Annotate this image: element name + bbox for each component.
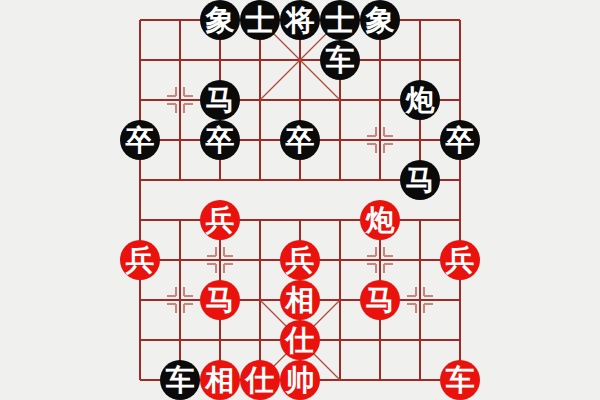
point-f6r6 xyxy=(320,200,360,240)
point-f9r10: 车 xyxy=(440,360,480,400)
point-f4r6 xyxy=(240,200,280,240)
red-advisor[interactable]: 仕 xyxy=(280,320,320,360)
point-f9r9 xyxy=(440,320,480,360)
point-f5r3 xyxy=(280,80,320,120)
point-f3r10: 相 xyxy=(200,360,240,400)
point-f7r3 xyxy=(360,80,400,120)
point-f8r3: 炮 xyxy=(400,80,440,120)
point-f4r4 xyxy=(240,120,280,160)
red-horse[interactable]: 马 xyxy=(200,280,240,320)
point-f8r7 xyxy=(400,240,440,280)
red-elephant[interactable]: 相 xyxy=(280,280,320,320)
point-f2r2 xyxy=(160,40,200,80)
black-elephant[interactable]: 象 xyxy=(360,0,400,40)
black-cannon[interactable]: 炮 xyxy=(400,80,440,120)
point-f6r3 xyxy=(320,80,360,120)
point-f8r2 xyxy=(400,40,440,80)
point-f9r8 xyxy=(440,280,480,320)
point-f5r8: 相 xyxy=(280,280,320,320)
point-f3r3: 马 xyxy=(200,80,240,120)
point-f6r9 xyxy=(320,320,360,360)
point-f6r10 xyxy=(320,360,360,400)
red-soldier[interactable]: 兵 xyxy=(120,240,160,280)
point-f5r6 xyxy=(280,200,320,240)
point-f5r7: 兵 xyxy=(280,240,320,280)
point-f7r6: 炮 xyxy=(360,200,400,240)
red-soldier[interactable]: 兵 xyxy=(200,200,240,240)
point-f4r8 xyxy=(240,280,280,320)
point-f7r4 xyxy=(360,120,400,160)
black-horse[interactable]: 马 xyxy=(200,80,240,120)
point-f1r1 xyxy=(120,0,160,40)
point-f2r9 xyxy=(160,320,200,360)
point-f1r4: 卒 xyxy=(120,120,160,160)
point-f2r10: 车 xyxy=(160,360,200,400)
black-advisor[interactable]: 士 xyxy=(320,0,360,40)
point-f3r5 xyxy=(200,160,240,200)
point-f4r1: 士 xyxy=(240,0,280,40)
point-f7r9 xyxy=(360,320,400,360)
point-f2r7 xyxy=(160,240,200,280)
point-f8r5: 马 xyxy=(400,160,440,200)
point-f9r2 xyxy=(440,40,480,80)
point-f8r10 xyxy=(400,360,440,400)
point-f6r2: 车 xyxy=(320,40,360,80)
point-f9r1 xyxy=(440,0,480,40)
point-f8r8 xyxy=(400,280,440,320)
point-f5r5 xyxy=(280,160,320,200)
point-f1r7: 兵 xyxy=(120,240,160,280)
point-f6r1: 士 xyxy=(320,0,360,40)
black-general[interactable]: 将 xyxy=(280,0,320,40)
point-f9r3 xyxy=(440,80,480,120)
point-f4r10: 仕 xyxy=(240,360,280,400)
black-soldier[interactable]: 卒 xyxy=(280,120,320,160)
red-cannon[interactable]: 炮 xyxy=(360,200,400,240)
point-f3r4: 卒 xyxy=(200,120,240,160)
point-f2r4 xyxy=(160,120,200,160)
point-f7r8: 马 xyxy=(360,280,400,320)
xiangqi-app: 象士将士象车马炮卒卒卒卒马兵炮兵兵兵马相马仕车相仕帅车 xyxy=(0,0,600,400)
point-f1r6 xyxy=(120,200,160,240)
point-f6r7 xyxy=(320,240,360,280)
red-chariot[interactable]: 车 xyxy=(440,360,480,400)
point-f1r9 xyxy=(120,320,160,360)
point-f9r6 xyxy=(440,200,480,240)
point-f3r8: 马 xyxy=(200,280,240,320)
black-soldier[interactable]: 卒 xyxy=(440,120,480,160)
point-f4r3 xyxy=(240,80,280,120)
point-f7r1: 象 xyxy=(360,0,400,40)
point-f1r8 xyxy=(120,280,160,320)
point-f1r10 xyxy=(120,360,160,400)
point-f3r7 xyxy=(200,240,240,280)
point-f2r5 xyxy=(160,160,200,200)
point-f4r5 xyxy=(240,160,280,200)
point-f8r1 xyxy=(400,0,440,40)
point-f1r3 xyxy=(120,80,160,120)
red-soldier[interactable]: 兵 xyxy=(440,240,480,280)
point-f2r6 xyxy=(160,200,200,240)
point-f7r10 xyxy=(360,360,400,400)
point-f6r4 xyxy=(320,120,360,160)
point-f3r6: 兵 xyxy=(200,200,240,240)
red-advisor[interactable]: 仕 xyxy=(240,360,280,400)
point-f6r8 xyxy=(320,280,360,320)
point-f3r9 xyxy=(200,320,240,360)
point-f7r2 xyxy=(360,40,400,80)
point-f8r9 xyxy=(400,320,440,360)
black-chariot[interactable]: 车 xyxy=(160,360,200,400)
point-f7r5 xyxy=(360,160,400,200)
point-f4r9 xyxy=(240,320,280,360)
point-f5r10: 帅 xyxy=(280,360,320,400)
red-horse[interactable]: 马 xyxy=(360,280,400,320)
point-f6r5 xyxy=(320,160,360,200)
red-soldier[interactable]: 兵 xyxy=(280,240,320,280)
point-f1r2 xyxy=(120,40,160,80)
point-f8r6 xyxy=(400,200,440,240)
point-f4r2 xyxy=(240,40,280,80)
xiangqi-board: 象士将士象车马炮卒卒卒卒马兵炮兵兵兵马相马仕车相仕帅车 xyxy=(120,0,480,400)
point-f7r7 xyxy=(360,240,400,280)
red-elephant[interactable]: 相 xyxy=(200,360,240,400)
point-f9r7: 兵 xyxy=(440,240,480,280)
point-f2r3 xyxy=(160,80,200,120)
point-f5r2 xyxy=(280,40,320,80)
point-f1r5 xyxy=(120,160,160,200)
point-f4r7 xyxy=(240,240,280,280)
point-f2r1 xyxy=(160,0,200,40)
black-elephant[interactable]: 象 xyxy=(200,0,240,40)
red-general[interactable]: 帅 xyxy=(280,360,320,400)
point-f3r2 xyxy=(200,40,240,80)
black-soldier[interactable]: 卒 xyxy=(200,120,240,160)
point-f2r8 xyxy=(160,280,200,320)
point-f5r4: 卒 xyxy=(280,120,320,160)
point-f9r5 xyxy=(440,160,480,200)
point-f8r4 xyxy=(400,120,440,160)
black-soldier[interactable]: 卒 xyxy=(120,120,160,160)
black-advisor[interactable]: 士 xyxy=(240,0,280,40)
black-chariot[interactable]: 车 xyxy=(320,40,360,80)
black-horse[interactable]: 马 xyxy=(400,160,440,200)
point-f3r1: 象 xyxy=(200,0,240,40)
point-f9r4: 卒 xyxy=(440,120,480,160)
point-f5r9: 仕 xyxy=(280,320,320,360)
point-f5r1: 将 xyxy=(280,0,320,40)
